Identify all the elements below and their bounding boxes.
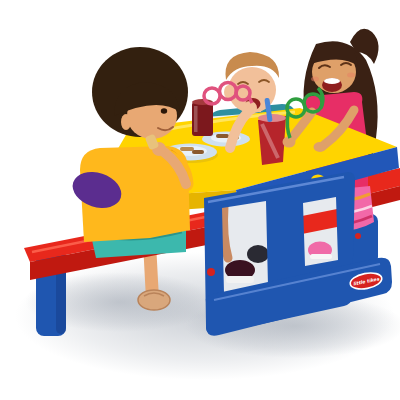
- boy-left-eye: [161, 108, 167, 114]
- product-photo: little tikes: [0, 0, 400, 400]
- screw-far-leg: [355, 233, 361, 239]
- screw-end-frame: [207, 268, 215, 276]
- boy-middle-sneaker-right: [247, 245, 269, 263]
